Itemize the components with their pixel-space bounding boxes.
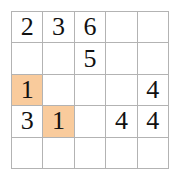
cell-r5c5[interactable] xyxy=(138,138,168,168)
cell-r1c1[interactable]: 2 xyxy=(12,12,42,42)
cell-r5c4[interactable] xyxy=(106,138,136,168)
cell-r1c4[interactable] xyxy=(106,12,136,42)
cell-r2c1[interactable] xyxy=(12,43,42,73)
cell-r4c4[interactable]: 4 xyxy=(106,106,136,136)
cell-r3c1[interactable]: 1 xyxy=(12,75,42,105)
cell-r3c2[interactable] xyxy=(43,75,73,105)
cell-r4c3[interactable] xyxy=(75,106,105,136)
cell-r3c3[interactable] xyxy=(75,75,105,105)
cell-r1c3[interactable]: 6 xyxy=(75,12,105,42)
cell-r5c3[interactable] xyxy=(75,138,105,168)
cell-r2c4[interactable] xyxy=(106,43,136,73)
cell-r4c1[interactable]: 3 xyxy=(12,106,42,136)
cell-r2c2[interactable] xyxy=(43,43,73,73)
cell-r5c2[interactable] xyxy=(43,138,73,168)
cell-r4c2[interactable]: 1 xyxy=(43,106,73,136)
puzzle-grid: 2365143144 xyxy=(11,11,169,169)
cell-r4c5[interactable]: 4 xyxy=(138,106,168,136)
cell-r1c2[interactable]: 3 xyxy=(43,12,73,42)
cell-r3c4[interactable] xyxy=(106,75,136,105)
cell-r2c5[interactable] xyxy=(138,43,168,73)
cell-r2c3[interactable]: 5 xyxy=(75,43,105,73)
cell-r3c5[interactable]: 4 xyxy=(138,75,168,105)
cell-r5c1[interactable] xyxy=(12,138,42,168)
cell-r1c5[interactable] xyxy=(138,12,168,42)
